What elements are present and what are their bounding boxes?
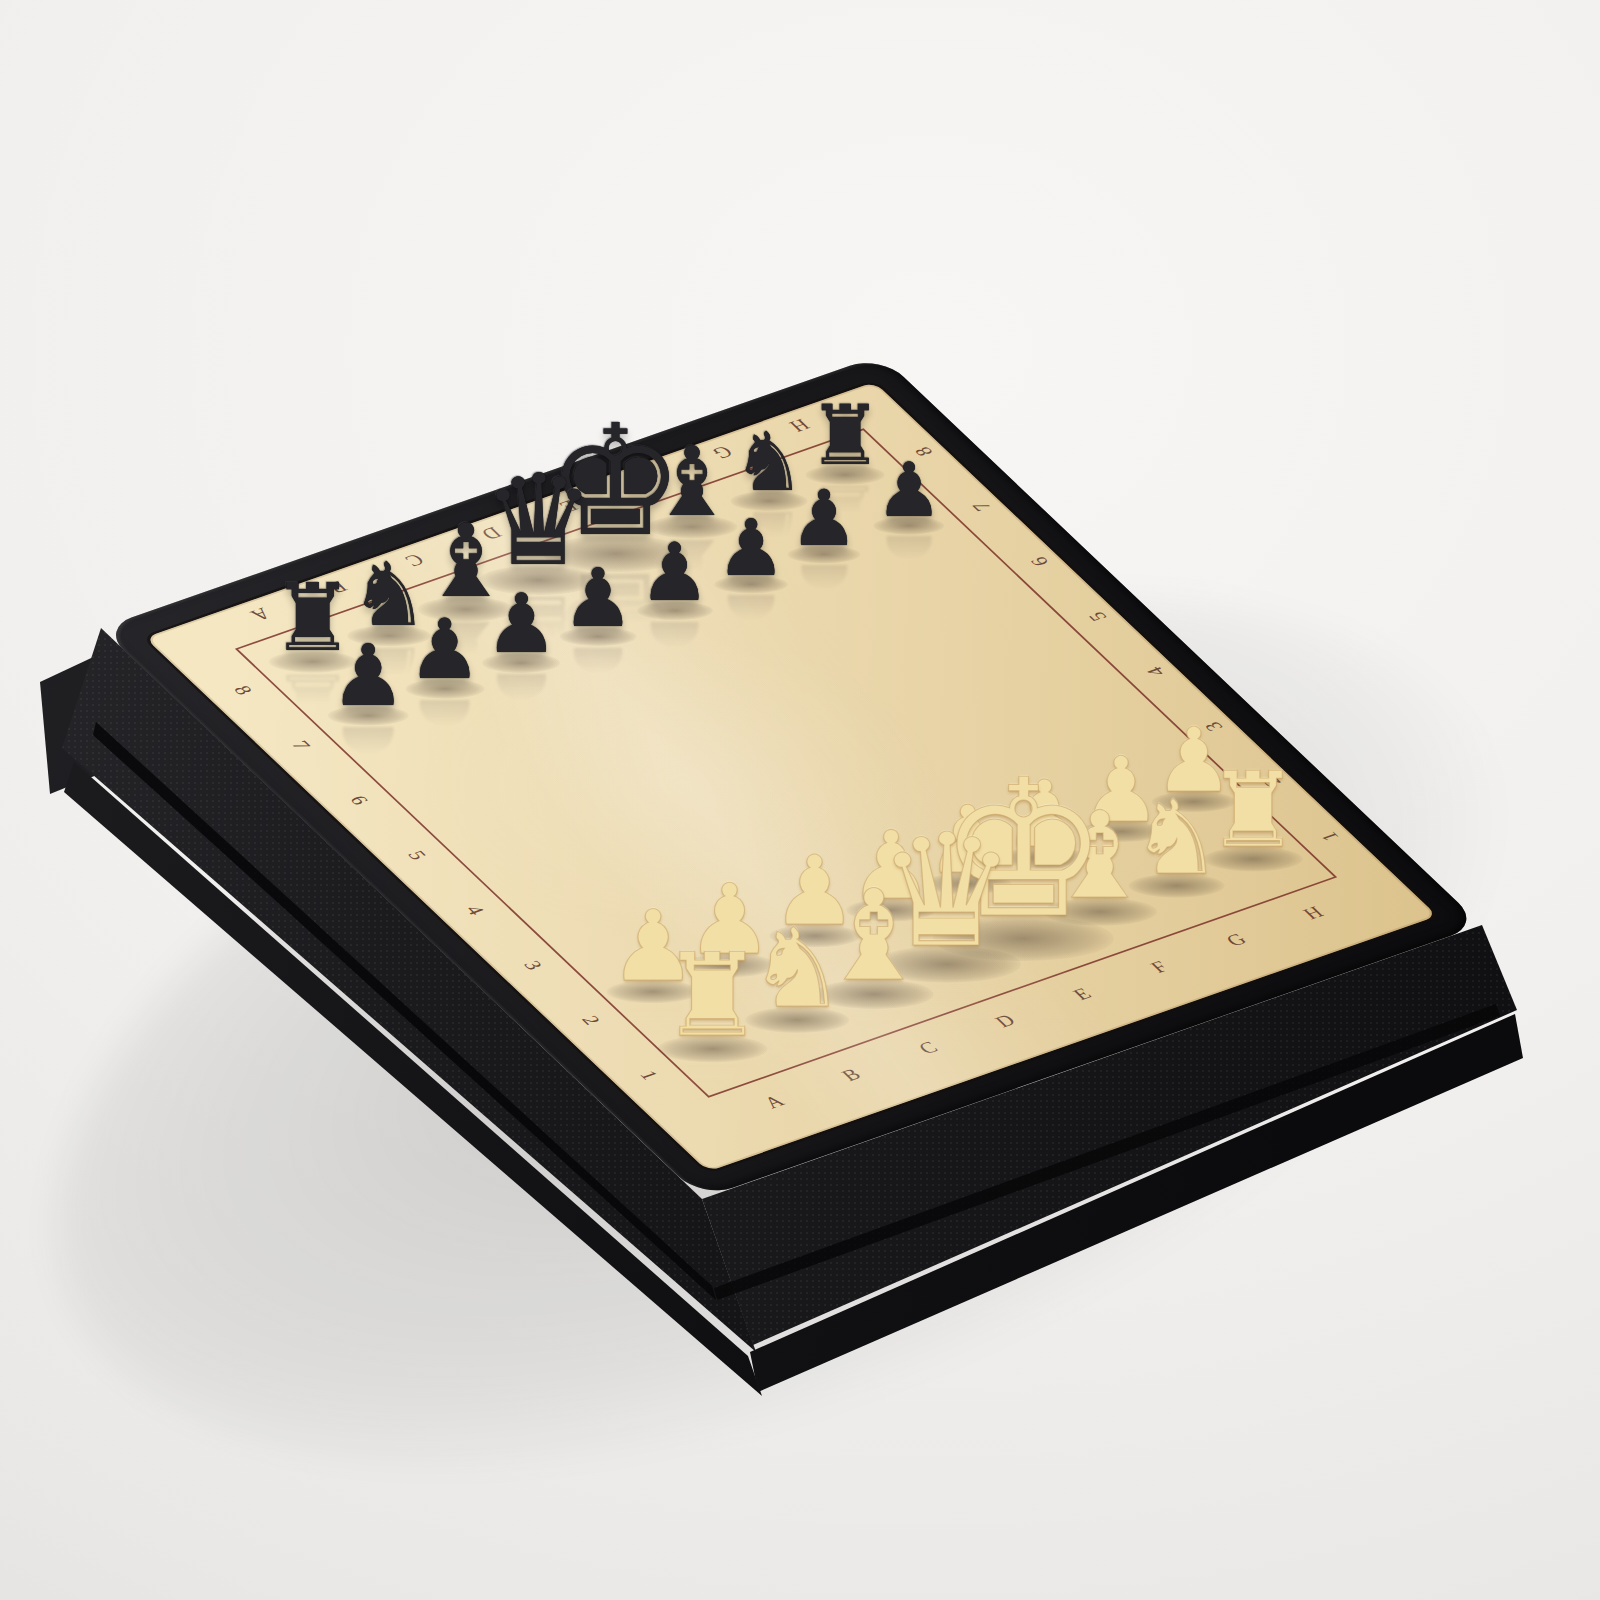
piece-reflection: ♜ bbox=[661, 1048, 764, 1152]
black-pawn-glyph: ♟ bbox=[639, 533, 711, 613]
piece-reflection: ♟ bbox=[790, 554, 859, 623]
piece-reflection: ♟ bbox=[562, 636, 635, 709]
piece-reflection: ♟ bbox=[716, 584, 786, 654]
black-pawn-glyph: ♟ bbox=[875, 453, 942, 528]
black-pawn-glyph: ♟ bbox=[716, 509, 786, 587]
white-rook-glyph: ♜ bbox=[661, 937, 764, 1052]
piece-reflection: ♟ bbox=[485, 662, 559, 736]
black-pawn-glyph: ♟ bbox=[330, 633, 406, 718]
piece-reflection: ♟ bbox=[639, 610, 711, 682]
black-pawn-glyph: ♟ bbox=[408, 609, 482, 692]
piece-reflection: ♟ bbox=[875, 525, 942, 593]
black-pawn-glyph: ♟ bbox=[562, 558, 635, 639]
scene: ABCDEFGHABCDEFGH8765432187654321 ♜♜♞♞♝♝♛… bbox=[0, 0, 1600, 1600]
black-pawn-glyph: ♟ bbox=[485, 583, 559, 665]
piece-reflection: ♟ bbox=[408, 688, 482, 763]
piece-reflection: ♟ bbox=[330, 715, 406, 792]
pieces-layer: ♜♜♞♞♝♝♛♛♚♚♝♝♞♞♜♜♟♟♟♟♟♟♟♟♟♟♟♟♟♟♟♟♟♟♟♟♟♟♟♟… bbox=[0, 0, 1600, 1600]
black-pawn-glyph: ♟ bbox=[790, 480, 859, 557]
black-rook-glyph: ♜ bbox=[808, 394, 882, 477]
